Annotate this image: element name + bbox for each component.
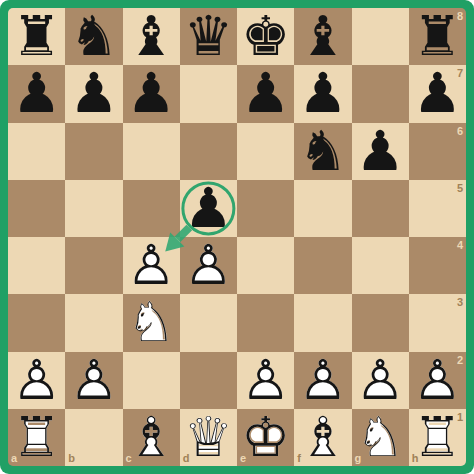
square-b4[interactable] [65,237,122,294]
piece-white-pawn[interactable]: ♟♙ [237,352,294,409]
square-b3[interactable] [65,294,122,351]
board-frame: ♜♞♝♛♚♝♜8♟♟♟♟♟♟7♞♟6♟5♟♙♟♙4♞♘3♟♙♟♙♟♙♟♙♟♙♟♙… [0,0,474,474]
square-g2[interactable]: ♟♙ [352,352,409,409]
square-a2[interactable]: ♟♙ [8,352,65,409]
square-a6[interactable] [8,123,65,180]
square-e1[interactable]: ♚♔e [237,409,294,466]
piece-black-pawn[interactable]: ♟ [65,65,122,122]
square-g6[interactable]: ♟ [352,123,409,180]
square-e2[interactable]: ♟♙ [237,352,294,409]
square-a5[interactable] [8,180,65,237]
chess-board: ♜♞♝♛♚♝♜8♟♟♟♟♟♟7♞♟6♟5♟♙♟♙4♞♘3♟♙♟♙♟♙♟♙♟♙♟♙… [8,8,466,466]
square-e5[interactable] [237,180,294,237]
piece-black-pawn[interactable]: ♟ [8,65,65,122]
square-a4[interactable] [8,237,65,294]
piece-black-rook[interactable]: ♜ [8,8,65,65]
coord-file-b: b [68,453,75,464]
square-c4[interactable]: ♟♙ [123,237,180,294]
piece-black-knight[interactable]: ♞ [294,123,351,180]
square-c3[interactable]: ♞♘ [123,294,180,351]
square-h2[interactable]: ♟♙2 [409,352,466,409]
piece-white-pawn[interactable]: ♟♙ [8,352,65,409]
square-c2[interactable] [123,352,180,409]
square-d4[interactable]: ♟♙ [180,237,237,294]
square-e4[interactable] [237,237,294,294]
square-h5[interactable]: 5 [409,180,466,237]
piece-black-bishop[interactable]: ♝ [123,8,180,65]
square-g5[interactable] [352,180,409,237]
coord-rank-5: 5 [457,183,463,194]
square-e7[interactable]: ♟ [237,65,294,122]
square-c8[interactable]: ♝ [123,8,180,65]
piece-white-pawn[interactable]: ♟♙ [65,352,122,409]
square-c5[interactable] [123,180,180,237]
square-b5[interactable] [65,180,122,237]
coord-file-g: g [355,453,362,464]
square-a1[interactable]: ♜♖a [8,409,65,466]
square-d3[interactable] [180,294,237,351]
square-f3[interactable] [294,294,351,351]
coord-file-f: f [297,453,301,464]
square-b8[interactable]: ♞ [65,8,122,65]
square-b1[interactable]: b [65,409,122,466]
square-f6[interactable]: ♞ [294,123,351,180]
square-g3[interactable] [352,294,409,351]
square-b6[interactable] [65,123,122,180]
square-h1[interactable]: ♜♖1h [409,409,466,466]
square-a7[interactable]: ♟ [8,65,65,122]
coord-rank-7: 7 [457,68,463,79]
square-c1[interactable]: ♝♗c [123,409,180,466]
square-f1[interactable]: ♝♗f [294,409,351,466]
square-f4[interactable] [294,237,351,294]
piece-black-bishop[interactable]: ♝ [294,8,351,65]
square-h7[interactable]: ♟7 [409,65,466,122]
coord-rank-6: 6 [457,126,463,137]
piece-white-pawn[interactable]: ♟♙ [123,237,180,294]
coord-file-c: c [126,453,132,464]
piece-black-pawn[interactable]: ♟ [352,123,409,180]
square-d6[interactable] [180,123,237,180]
coord-rank-2: 2 [457,355,463,366]
coord-rank-4: 4 [457,240,463,251]
piece-white-pawn[interactable]: ♟♙ [352,352,409,409]
square-g4[interactable] [352,237,409,294]
piece-black-pawn[interactable]: ♟ [294,65,351,122]
square-d2[interactable] [180,352,237,409]
square-d8[interactable]: ♛ [180,8,237,65]
coord-rank-3: 3 [457,297,463,308]
square-d1[interactable]: ♛♕d [180,409,237,466]
square-e6[interactable] [237,123,294,180]
piece-white-pawn[interactable]: ♟♙ [180,237,237,294]
square-a3[interactable] [8,294,65,351]
square-e3[interactable] [237,294,294,351]
piece-black-king[interactable]: ♚ [237,8,294,65]
coord-file-d: d [183,453,190,464]
square-f8[interactable]: ♝ [294,8,351,65]
square-g1[interactable]: ♞♘g [352,409,409,466]
coord-rank-1: 1 [457,412,463,423]
square-b2[interactable]: ♟♙ [65,352,122,409]
piece-black-pawn[interactable]: ♟ [123,65,180,122]
square-b7[interactable]: ♟ [65,65,122,122]
square-c7[interactable]: ♟ [123,65,180,122]
coord-file-a: a [11,453,17,464]
square-g7[interactable] [352,65,409,122]
square-h6[interactable]: 6 [409,123,466,180]
piece-black-knight[interactable]: ♞ [65,8,122,65]
piece-white-bishop[interactable]: ♝♗ [294,409,351,466]
coord-rank-8: 8 [457,11,463,22]
piece-black-pawn[interactable]: ♟ [180,180,237,237]
coord-file-e: e [240,453,246,464]
piece-black-pawn[interactable]: ♟ [237,65,294,122]
piece-white-pawn[interactable]: ♟♙ [294,352,351,409]
square-d5[interactable]: ♟ [180,180,237,237]
square-h4[interactable]: 4 [409,237,466,294]
square-e8[interactable]: ♚ [237,8,294,65]
square-d7[interactable] [180,65,237,122]
square-g8[interactable] [352,8,409,65]
square-h3[interactable]: 3 [409,294,466,351]
piece-white-knight[interactable]: ♞♘ [123,294,180,351]
square-f7[interactable]: ♟ [294,65,351,122]
piece-black-queen[interactable]: ♛ [180,8,237,65]
square-f2[interactable]: ♟♙ [294,352,351,409]
coord-file-h: h [412,453,419,464]
square-c6[interactable] [123,123,180,180]
square-a8[interactable]: ♜ [8,8,65,65]
square-h8[interactable]: ♜8 [409,8,466,65]
square-f5[interactable] [294,180,351,237]
